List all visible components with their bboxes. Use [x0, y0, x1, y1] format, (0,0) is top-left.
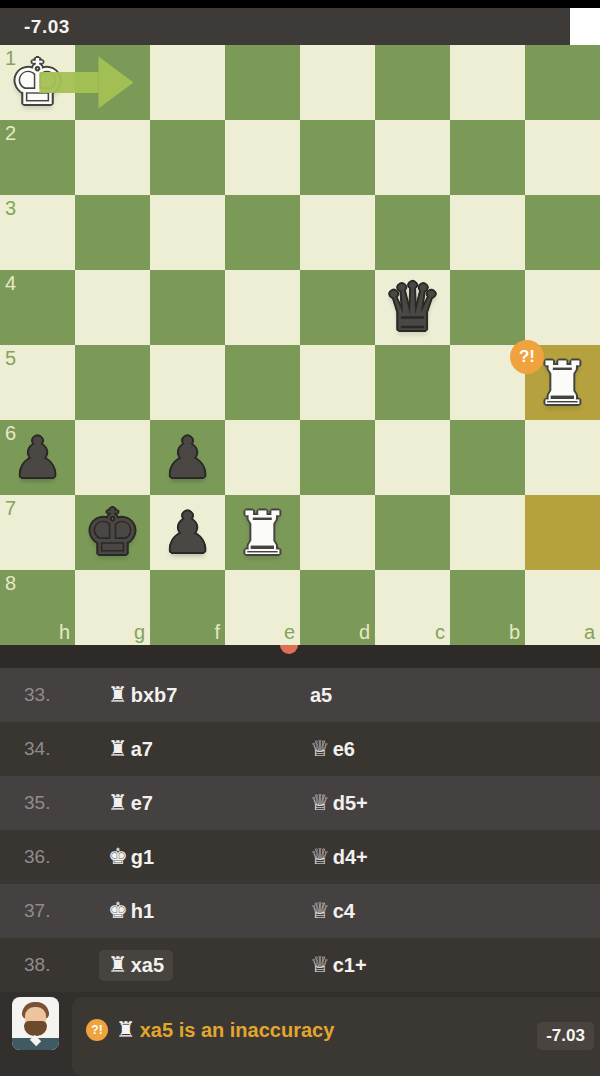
piece-black-queen-c4[interactable]: ♛ [375, 270, 450, 345]
square-h2[interactable]: 2 [0, 120, 75, 195]
move-san: d5+ [333, 792, 368, 815]
square-f1[interactable] [150, 45, 225, 120]
piece-black-pawn-f7[interactable]: ♟ [150, 495, 225, 570]
square-g2[interactable] [75, 120, 150, 195]
status-bar [0, 0, 600, 8]
file-label-c: c [435, 622, 445, 642]
square-h1[interactable]: 1♚ [0, 45, 75, 120]
move-number: 37. [24, 900, 108, 922]
black-queen-icon: ♕ [310, 738, 330, 760]
square-c4[interactable]: ♛ [375, 270, 450, 345]
square-b2[interactable] [450, 120, 525, 195]
chess-analysis-screen: -7.03 1♚234♛5♜6♟♟7♚♟♜8hgfedcba ?! 33.♜bx… [0, 0, 600, 1076]
square-c5[interactable] [375, 345, 450, 420]
square-a2[interactable] [525, 120, 600, 195]
piece-white-king-h1[interactable]: ♚ [0, 45, 75, 120]
feedback-bar: ?! ♜ xa5 is an inaccuracy -7.03 [0, 992, 600, 1076]
move-san: c1+ [333, 954, 367, 977]
hidden-action-button-notch [280, 645, 298, 654]
black-queen-icon: ♕ [310, 954, 330, 976]
square-d6[interactable] [300, 420, 375, 495]
square-f6[interactable]: ♟ [150, 420, 225, 495]
square-d8[interactable]: d [300, 570, 375, 645]
square-d7[interactable] [300, 495, 375, 570]
square-a8[interactable]: a [525, 570, 600, 645]
square-g7[interactable]: ♚ [75, 495, 150, 570]
move-number: 35. [24, 792, 108, 814]
square-b6[interactable] [450, 420, 525, 495]
move-san: c4 [333, 900, 355, 923]
move-number: 34. [24, 738, 108, 760]
square-g4[interactable] [75, 270, 150, 345]
piece-white-rook-e7[interactable]: ♜ [225, 495, 300, 570]
black-queen-icon: ♕ [310, 792, 330, 814]
move-san: xa5 [131, 954, 164, 977]
file-label-f: f [214, 622, 220, 642]
file-label-d: d [359, 622, 370, 642]
square-d1[interactable] [300, 45, 375, 120]
move-row-34: 34.♜a7♕e6 [0, 722, 600, 776]
rank-label-5: 5 [5, 348, 16, 368]
square-b3[interactable] [450, 195, 525, 270]
square-e4[interactable] [225, 270, 300, 345]
square-e2[interactable] [225, 120, 300, 195]
square-b8[interactable]: b [450, 570, 525, 645]
move-san: a7 [131, 738, 153, 761]
move-row-38: 38.♜xa5♕c1+ [0, 938, 600, 992]
square-d5[interactable] [300, 345, 375, 420]
square-e1[interactable] [225, 45, 300, 120]
black-queen-icon: ♕ [310, 846, 330, 868]
piece-black-king-g7[interactable]: ♚ [75, 495, 150, 570]
square-b1[interactable] [450, 45, 525, 120]
move-white[interactable]: ♚g1 [108, 846, 154, 869]
square-g5[interactable] [75, 345, 150, 420]
rank-label-4: 4 [5, 273, 16, 293]
rank-label-8: 8 [5, 573, 16, 593]
square-g3[interactable] [75, 195, 150, 270]
move-number: 38. [24, 954, 108, 976]
move-black[interactable]: a5 [310, 684, 332, 707]
file-label-b: b [509, 622, 520, 642]
black-queen-icon: ♕ [310, 900, 330, 922]
feedback-panel: ?! ♜ xa5 is an inaccuracy -7.03 [72, 997, 600, 1076]
white-rook-icon: ♜ [108, 684, 128, 706]
square-b4[interactable] [450, 270, 525, 345]
move-san: g1 [131, 846, 154, 869]
white-rook-icon: ♜ [108, 792, 128, 814]
move-san: a5 [310, 684, 332, 707]
piece-black-pawn-f6[interactable]: ♟ [150, 420, 225, 495]
move-black[interactable]: ♕c1+ [310, 954, 367, 977]
rank-label-3: 3 [5, 198, 16, 218]
evaluation-score: -7.03 [24, 8, 70, 45]
move-san: d4+ [333, 846, 368, 869]
square-f7[interactable]: ♟ [150, 495, 225, 570]
file-label-h: h [59, 622, 70, 642]
square-d3[interactable] [300, 195, 375, 270]
square-c8[interactable]: c [375, 570, 450, 645]
evaluation-bar: -7.03 [0, 8, 600, 45]
square-b7[interactable] [450, 495, 525, 570]
square-a4[interactable] [525, 270, 600, 345]
square-f4[interactable] [150, 270, 225, 345]
move-white[interactable]: ♜e7 [108, 792, 153, 815]
square-a3[interactable] [525, 195, 600, 270]
square-d2[interactable] [300, 120, 375, 195]
feedback-message-text: xa5 is an inaccuracy [140, 1019, 335, 1042]
move-row-37: 37.♚h1♕c4 [0, 884, 600, 938]
chess-board: 1♚234♛5♜6♟♟7♚♟♜8hgfedcba ?! [0, 45, 600, 645]
square-h5[interactable]: 5 [0, 345, 75, 420]
move-list: 33.♜bxb7a534.♜a7♕e635.♜e7♕d5+36.♚g1♕d4+3… [0, 668, 600, 992]
move-number: 36. [24, 846, 108, 868]
square-f8[interactable]: f [150, 570, 225, 645]
square-c2[interactable] [375, 120, 450, 195]
square-g8[interactable]: g [75, 570, 150, 645]
move-black[interactable]: ♕d5+ [310, 792, 368, 815]
white-king-icon: ♚ [108, 846, 128, 868]
square-c6[interactable] [375, 420, 450, 495]
move-row-35: 35.♜e7♕d5+ [0, 776, 600, 830]
square-h3[interactable]: 3 [0, 195, 75, 270]
move-san: e7 [131, 792, 153, 815]
move-row-36: 36.♚g1♕d4+ [0, 830, 600, 884]
move-san: h1 [131, 900, 154, 923]
evaluation-chip: -7.03 [537, 1022, 594, 1050]
white-king-icon: ♚ [108, 900, 128, 922]
move-black[interactable]: ♕c4 [310, 900, 355, 923]
move-row-33: 33.♜bxb7a5 [0, 668, 600, 722]
inaccuracy-icon: ?! [86, 1019, 108, 1041]
file-label-e: e [284, 622, 295, 642]
piece-black-pawn-h6[interactable]: ♟ [0, 420, 75, 495]
square-h6[interactable]: 6♟ [0, 420, 75, 495]
move-san: e6 [333, 738, 355, 761]
square-a1[interactable] [525, 45, 600, 120]
white-rook-icon: ♜ [108, 954, 128, 976]
square-f5[interactable] [150, 345, 225, 420]
move-white[interactable]: ♜a7 [108, 738, 153, 761]
move-white[interactable]: ♜xa5 [99, 950, 173, 981]
evaluation-bar-white-segment [570, 8, 600, 45]
square-e6[interactable] [225, 420, 300, 495]
square-h7[interactable]: 7 [0, 495, 75, 570]
move-white[interactable]: ♜bxb7 [108, 684, 177, 707]
square-f2[interactable] [150, 120, 225, 195]
file-label-g: g [134, 622, 145, 642]
player-avatar[interactable] [12, 997, 59, 1050]
square-e5[interactable] [225, 345, 300, 420]
square-g6[interactable] [75, 420, 150, 495]
square-c3[interactable] [375, 195, 450, 270]
feedback-message: ♜ xa5 is an inaccuracy [116, 997, 334, 1063]
rank-label-7: 7 [5, 498, 16, 518]
square-e7[interactable]: ♜ [225, 495, 300, 570]
inaccuracy-badge-icon: ?! [510, 340, 544, 374]
square-g1[interactable] [75, 45, 150, 120]
move-white[interactable]: ♚h1 [108, 900, 154, 923]
square-f3[interactable] [150, 195, 225, 270]
square-d4[interactable] [300, 270, 375, 345]
file-label-a: a [584, 622, 595, 642]
move-san: bxb7 [131, 684, 178, 707]
square-a7[interactable] [525, 495, 600, 570]
square-c1[interactable] [375, 45, 450, 120]
avatar-beard [24, 1021, 47, 1036]
white-rook-icon: ♜ [116, 1019, 136, 1041]
move-black[interactable]: ♕d4+ [310, 846, 368, 869]
square-a6[interactable] [525, 420, 600, 495]
square-h4[interactable]: 4 [0, 270, 75, 345]
move-black[interactable]: ♕e6 [310, 738, 355, 761]
move-number: 33. [24, 684, 108, 706]
square-e3[interactable] [225, 195, 300, 270]
square-e8[interactable]: e [225, 570, 300, 645]
white-rook-icon: ♜ [108, 738, 128, 760]
square-c7[interactable] [375, 495, 450, 570]
square-h8[interactable]: 8h [0, 570, 75, 645]
rank-label-2: 2 [5, 123, 16, 143]
